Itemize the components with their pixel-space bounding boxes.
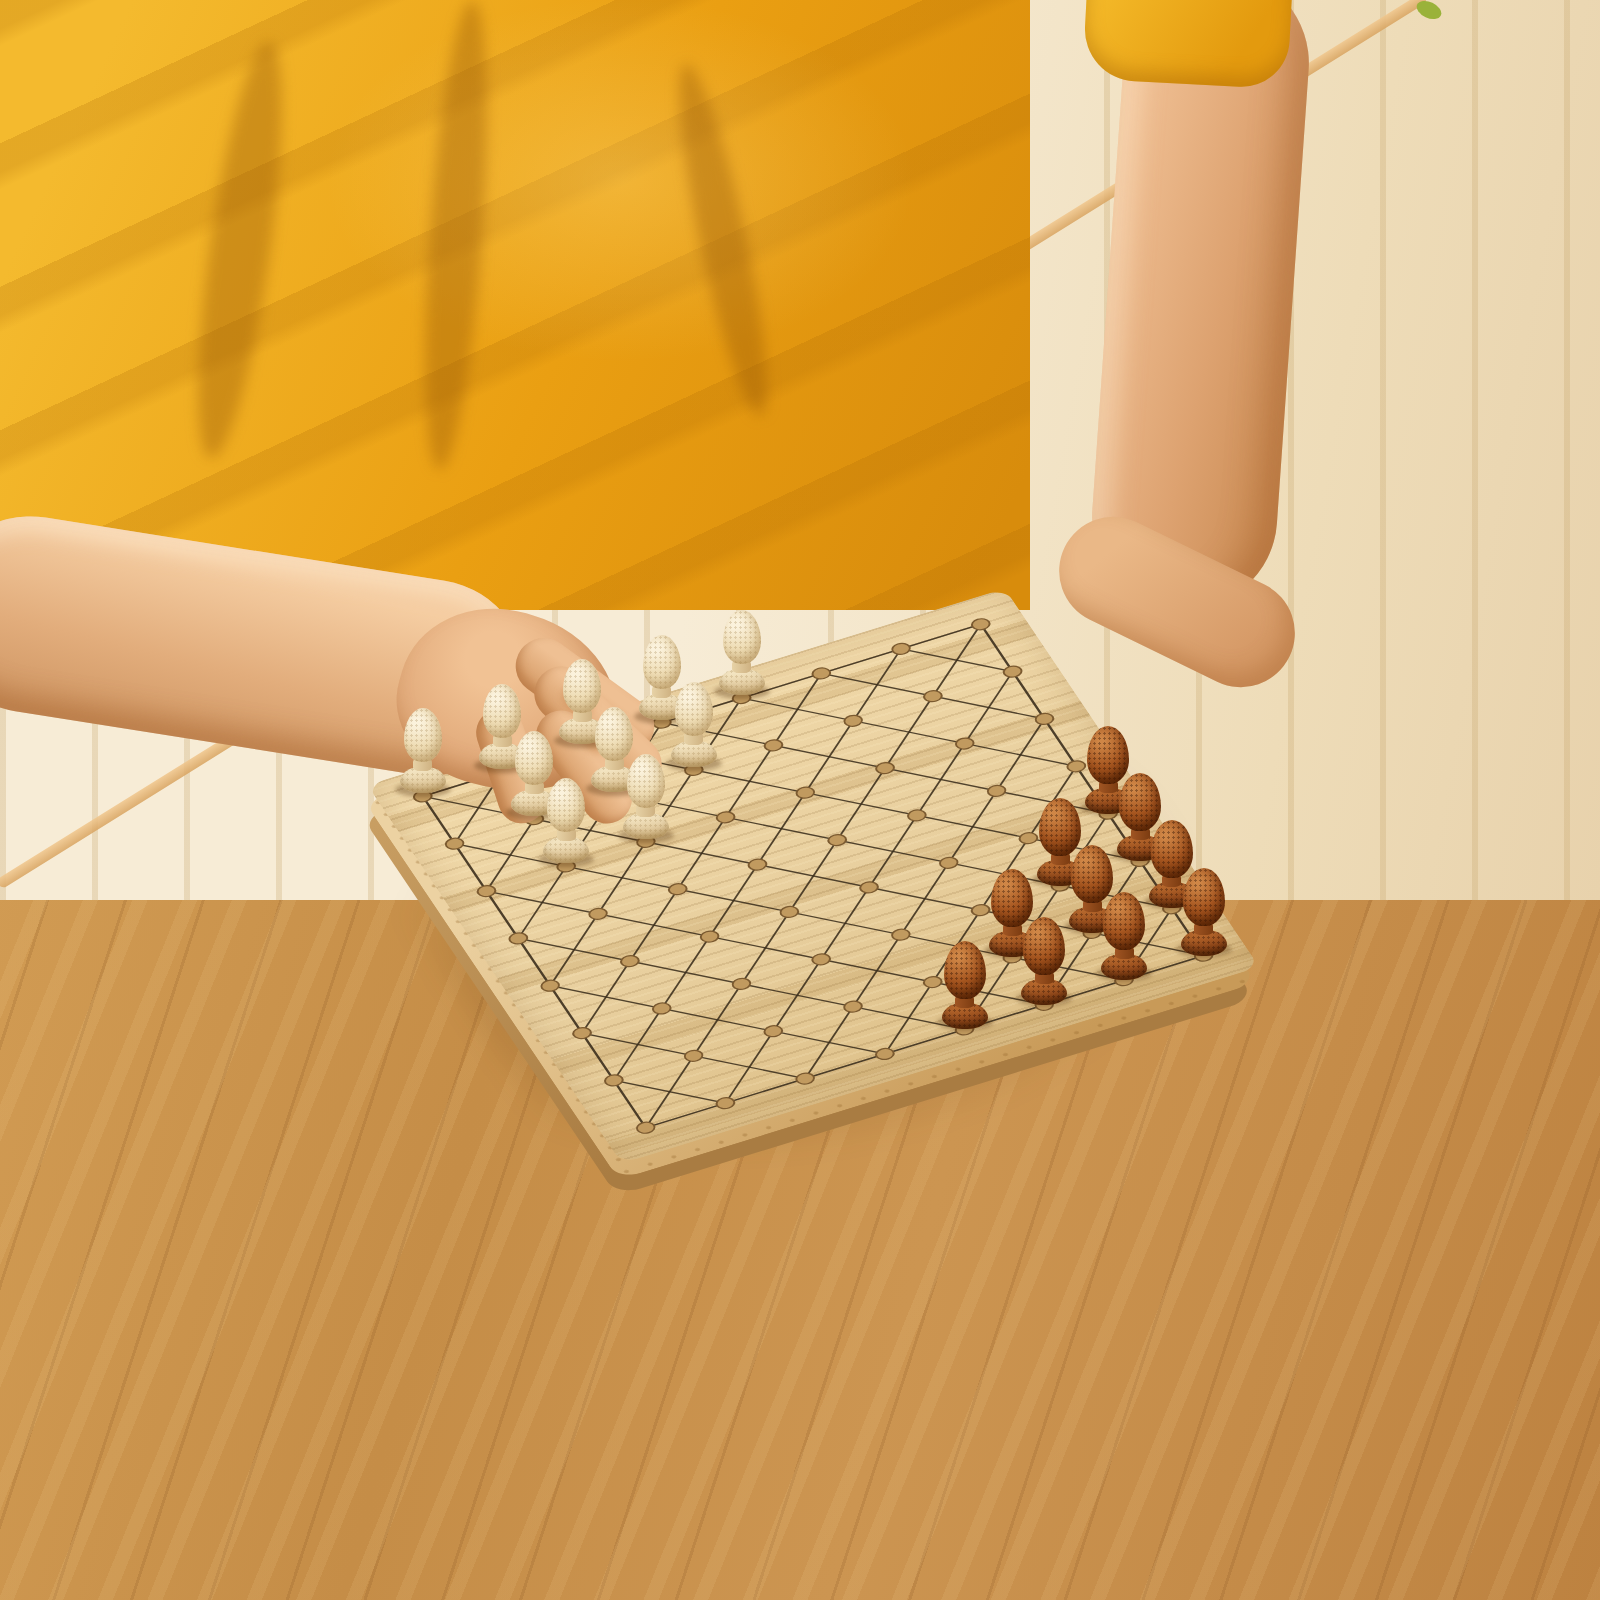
white-peg-7-0[interactable] <box>397 708 449 812</box>
brown-peg-2-7[interactable] <box>1018 917 1070 1021</box>
peg-head <box>547 778 585 832</box>
peg-head <box>944 941 986 999</box>
grabbed-white-peg-5-2[interactable] <box>620 754 672 858</box>
peg-base <box>543 837 589 863</box>
scene-photo: { "game": "halma-style wooden peg board … <box>0 0 1600 1600</box>
peg-head <box>595 707 633 761</box>
shirt-fold <box>663 59 783 421</box>
shirt-fold <box>181 38 299 462</box>
peg-head <box>675 682 713 736</box>
peg-head <box>1183 868 1225 926</box>
brown-peg-0-7[interactable] <box>1178 868 1230 972</box>
peg-head <box>1103 892 1145 950</box>
white-peg-6-2[interactable] <box>540 778 592 882</box>
shirt-fold <box>414 0 499 471</box>
peg-head <box>515 731 553 785</box>
peg-head <box>563 659 601 713</box>
shirt-sleeve <box>1082 0 1292 89</box>
brown-peg-1-7[interactable] <box>1098 892 1150 996</box>
peg-head <box>1023 917 1065 975</box>
peg-head <box>483 684 521 738</box>
peg-head <box>643 635 681 689</box>
white-peg-3-0[interactable] <box>716 610 768 714</box>
brown-peg-3-7[interactable] <box>939 941 991 1045</box>
peg-base <box>400 767 446 793</box>
peg-head <box>627 754 665 808</box>
child-shirt <box>0 0 1030 610</box>
peg-head <box>404 708 442 762</box>
white-peg-4-1[interactable] <box>668 682 720 786</box>
peg-head <box>723 610 761 664</box>
